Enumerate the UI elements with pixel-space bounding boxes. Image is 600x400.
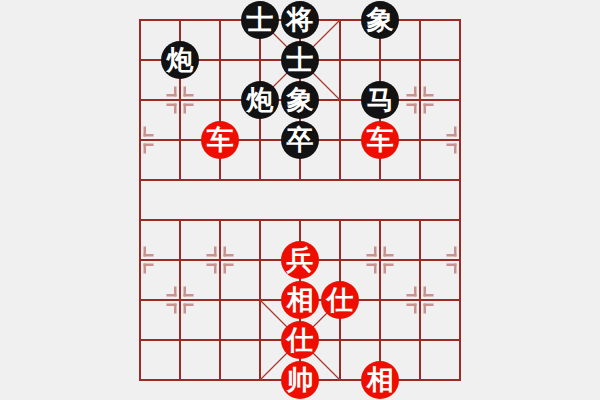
piece-red-advisor-1[interactable]: 仕 [321,281,359,319]
piece-black-advisor-left[interactable]: 士 [241,1,279,39]
piece-black-soldier[interactable]: 卒 [281,121,319,159]
piece-red-chariot-2[interactable]: 车 [361,121,399,159]
piece-black-advisor-right[interactable]: 士 [281,41,319,79]
piece-red-advisor-2[interactable]: 仕 [281,321,319,359]
piece-red-elephant-1[interactable]: 相 [281,281,319,319]
piece-black-elephant-right[interactable]: 象 [281,81,319,119]
piece-black-elephant-left[interactable]: 象 [361,1,399,39]
xiangqi-board: 士将象炮士炮象马车卒车兵相仕仕帅相 [0,0,600,400]
piece-black-cannon-2[interactable]: 炮 [241,81,279,119]
piece-black-horse[interactable]: 马 [361,81,399,119]
piece-black-general[interactable]: 将 [281,1,319,39]
piece-red-soldier[interactable]: 兵 [281,241,319,279]
piece-black-cannon-1[interactable]: 炮 [161,41,199,79]
piece-red-elephant-2[interactable]: 相 [361,361,399,399]
piece-red-general[interactable]: 帅 [281,361,319,399]
pieces-layer: 士将象炮士炮象马车卒车兵相仕仕帅相 [0,0,600,400]
piece-red-chariot-1[interactable]: 车 [201,121,239,159]
